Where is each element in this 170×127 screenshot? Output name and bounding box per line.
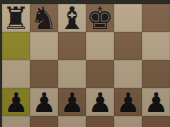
window-frame-left-edge — [0, 0, 2, 127]
square-e7[interactable] — [114, 32, 142, 60]
square-b6[interactable] — [30, 60, 58, 88]
square-f8[interactable] — [142, 4, 170, 32]
black-pawn-piece[interactable]: ♟ — [114, 88, 142, 116]
square-f5[interactable]: ♟ — [142, 88, 170, 116]
square-d8[interactable]: ♚ — [86, 4, 114, 32]
black-pawn-piece[interactable]: ♟ — [86, 88, 114, 116]
square-d6[interactable] — [86, 60, 114, 88]
black-knight-piece[interactable]: ♞ — [30, 4, 58, 32]
black-pawn-piece[interactable]: ♟ — [30, 88, 58, 116]
square-b4[interactable] — [30, 116, 58, 127]
square-b5[interactable]: ♟ — [30, 88, 58, 116]
square-f4[interactable] — [142, 116, 170, 127]
black-king-piece[interactable]: ♚ — [86, 4, 114, 32]
chess-app-window: ♜♞♝♚♟♟♟♟♟♟ — [0, 0, 170, 127]
square-c5[interactable]: ♟ — [58, 88, 86, 116]
square-b7[interactable] — [30, 32, 58, 60]
square-c7[interactable] — [58, 32, 86, 60]
square-a4[interactable] — [2, 116, 30, 127]
square-a7[interactable] — [2, 32, 30, 60]
square-a5[interactable]: ♟ — [2, 88, 30, 116]
square-e4[interactable] — [114, 116, 142, 127]
square-a6[interactable] — [2, 60, 30, 88]
square-f7[interactable] — [142, 32, 170, 60]
square-c8[interactable]: ♝ — [58, 4, 86, 32]
square-b8[interactable]: ♞ — [30, 4, 58, 32]
black-pawn-piece[interactable]: ♟ — [2, 88, 30, 116]
square-f6[interactable] — [142, 60, 170, 88]
black-rook-piece[interactable]: ♜ — [2, 4, 30, 32]
chess-board: ♜♞♝♚♟♟♟♟♟♟ — [2, 4, 170, 127]
square-d4[interactable] — [86, 116, 114, 127]
black-bishop-piece[interactable]: ♝ — [58, 4, 86, 32]
square-e6[interactable] — [114, 60, 142, 88]
square-a8[interactable]: ♜ — [2, 4, 30, 32]
square-d5[interactable]: ♟ — [86, 88, 114, 116]
black-pawn-piece[interactable]: ♟ — [58, 88, 86, 116]
square-c6[interactable] — [58, 60, 86, 88]
square-e5[interactable]: ♟ — [114, 88, 142, 116]
square-d7[interactable] — [86, 32, 114, 60]
square-e8[interactable] — [114, 4, 142, 32]
black-pawn-piece[interactable]: ♟ — [142, 88, 170, 116]
square-c4[interactable] — [58, 116, 86, 127]
